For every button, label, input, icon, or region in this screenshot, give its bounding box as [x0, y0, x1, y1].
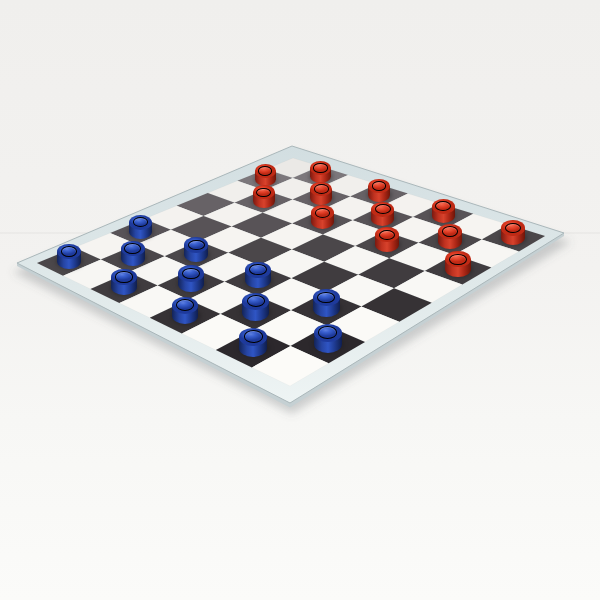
checkers-board — [0, 0, 600, 600]
board-squares — [37, 158, 545, 386]
board-photo-scene — [0, 0, 600, 600]
